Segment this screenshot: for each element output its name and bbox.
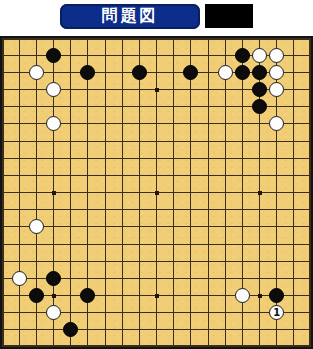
white-stone xyxy=(29,219,44,234)
white-stone xyxy=(46,82,61,97)
white-stone-move-1: 1 xyxy=(269,305,284,320)
white-stone xyxy=(269,116,284,131)
black-stone xyxy=(252,82,267,97)
grid-line-vertical xyxy=(208,38,209,347)
black-stone xyxy=(252,99,267,114)
white-stone xyxy=(235,288,250,303)
black-stone xyxy=(132,65,147,80)
grid-line-vertical xyxy=(190,38,191,347)
black-stone xyxy=(183,65,198,80)
page: 問題図 1 xyxy=(0,0,313,349)
problem-diagram-badge: 問題図 xyxy=(60,4,200,29)
grid-line-vertical xyxy=(293,38,294,347)
white-stone xyxy=(46,116,61,131)
star-point xyxy=(155,88,159,92)
star-point xyxy=(52,294,56,298)
go-board[interactable]: 1 xyxy=(0,36,313,349)
white-stone xyxy=(269,65,284,80)
white-stone xyxy=(29,65,44,80)
black-stone xyxy=(46,48,61,63)
grid-line-horizontal xyxy=(2,209,311,210)
grid-line-vertical xyxy=(173,38,174,347)
star-point xyxy=(258,294,262,298)
white-stone xyxy=(12,271,27,286)
grid-line-vertical xyxy=(309,38,311,347)
black-to-play-marker xyxy=(205,4,253,28)
star-point xyxy=(155,294,159,298)
black-stone xyxy=(235,48,250,63)
star-point xyxy=(52,191,56,195)
grid-line-horizontal xyxy=(2,345,311,347)
star-point xyxy=(155,191,159,195)
black-stone xyxy=(235,65,250,80)
grid-line-vertical xyxy=(225,38,226,347)
black-stone xyxy=(80,65,95,80)
problem-diagram-label: 問題図 xyxy=(102,8,159,24)
white-stone xyxy=(218,65,233,80)
black-stone xyxy=(252,65,267,80)
black-stone xyxy=(29,288,44,303)
grid-line-horizontal xyxy=(2,244,311,245)
white-stone xyxy=(46,305,61,320)
header: 問題図 xyxy=(0,0,313,32)
grid-line-horizontal xyxy=(2,329,311,330)
white-stone xyxy=(269,82,284,97)
black-stone xyxy=(46,271,61,286)
move-number-label: 1 xyxy=(273,308,280,318)
grid-line-horizontal xyxy=(2,226,311,227)
white-stone xyxy=(252,48,267,63)
white-stone xyxy=(269,48,284,63)
black-stone xyxy=(269,288,284,303)
grid-line-horizontal xyxy=(2,261,311,262)
black-stone xyxy=(80,288,95,303)
star-point xyxy=(258,191,262,195)
black-stone xyxy=(63,322,78,337)
